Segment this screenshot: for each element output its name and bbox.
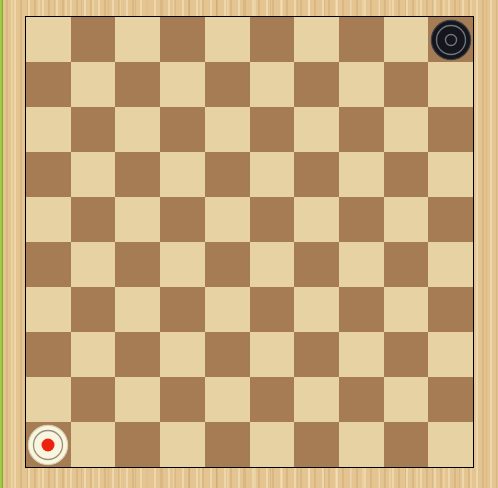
square-25[interactable]: [428, 197, 473, 242]
square-35[interactable]: [428, 287, 473, 332]
square-29[interactable]: [294, 242, 339, 287]
square-24[interactable]: [339, 197, 384, 242]
square-48[interactable]: [205, 422, 250, 467]
square-21[interactable]: [71, 197, 116, 242]
square-r5c5[interactable]: [205, 197, 250, 242]
square-11[interactable]: [71, 107, 116, 152]
square-5[interactable]: [428, 17, 473, 62]
square-r5c1[interactable]: [26, 197, 71, 242]
square-20[interactable]: [384, 152, 429, 197]
square-r6c8[interactable]: [339, 242, 384, 287]
square-r3c9[interactable]: [384, 107, 429, 152]
square-1[interactable]: [71, 17, 116, 62]
square-r2c10[interactable]: [428, 62, 473, 107]
square-41[interactable]: [71, 377, 116, 422]
square-47[interactable]: [115, 422, 160, 467]
square-4[interactable]: [339, 17, 384, 62]
square-28[interactable]: [205, 242, 250, 287]
square-40[interactable]: [384, 332, 429, 377]
square-26[interactable]: [26, 242, 71, 287]
square-36[interactable]: [26, 332, 71, 377]
left-edge-strip: [0, 0, 3, 488]
square-15[interactable]: [428, 107, 473, 152]
square-r9c7[interactable]: [294, 377, 339, 422]
square-2[interactable]: [160, 17, 205, 62]
square-30[interactable]: [384, 242, 429, 287]
square-38[interactable]: [205, 332, 250, 377]
square-r5c9[interactable]: [384, 197, 429, 242]
square-r1c5[interactable]: [205, 17, 250, 62]
square-r2c2[interactable]: [71, 62, 116, 107]
square-r6c6[interactable]: [250, 242, 295, 287]
square-r9c1[interactable]: [26, 377, 71, 422]
square-r9c3[interactable]: [115, 377, 160, 422]
square-49[interactable]: [294, 422, 339, 467]
square-r2c6[interactable]: [250, 62, 295, 107]
square-12[interactable]: [160, 107, 205, 152]
square-r10c2[interactable]: [71, 422, 116, 467]
square-r7c9[interactable]: [384, 287, 429, 332]
square-r2c8[interactable]: [339, 62, 384, 107]
square-r10c6[interactable]: [250, 422, 295, 467]
square-8[interactable]: [205, 62, 250, 107]
square-39[interactable]: [294, 332, 339, 377]
square-r4c2[interactable]: [71, 152, 116, 197]
square-r5c7[interactable]: [294, 197, 339, 242]
square-16[interactable]: [26, 152, 71, 197]
square-r4c6[interactable]: [250, 152, 295, 197]
square-43[interactable]: [250, 377, 295, 422]
square-r8c8[interactable]: [339, 332, 384, 377]
square-r6c10[interactable]: [428, 242, 473, 287]
draughts-board: [25, 16, 474, 468]
square-r7c5[interactable]: [205, 287, 250, 332]
square-r1c9[interactable]: [384, 17, 429, 62]
square-r4c10[interactable]: [428, 152, 473, 197]
square-r10c4[interactable]: [160, 422, 205, 467]
square-34[interactable]: [339, 287, 384, 332]
square-19[interactable]: [294, 152, 339, 197]
square-r1c1[interactable]: [26, 17, 71, 62]
square-50[interactable]: [384, 422, 429, 467]
square-7[interactable]: [115, 62, 160, 107]
square-r6c2[interactable]: [71, 242, 116, 287]
square-27[interactable]: [115, 242, 160, 287]
square-23[interactable]: [250, 197, 295, 242]
square-9[interactable]: [294, 62, 339, 107]
square-42[interactable]: [160, 377, 205, 422]
square-44[interactable]: [339, 377, 384, 422]
square-r9c9[interactable]: [384, 377, 429, 422]
square-r7c1[interactable]: [26, 287, 71, 332]
square-33[interactable]: [250, 287, 295, 332]
square-17[interactable]: [115, 152, 160, 197]
square-3[interactable]: [250, 17, 295, 62]
square-r3c5[interactable]: [205, 107, 250, 152]
square-46[interactable]: [26, 422, 71, 467]
piece-disc: [431, 20, 470, 59]
square-r4c8[interactable]: [339, 152, 384, 197]
square-r7c3[interactable]: [115, 287, 160, 332]
square-13[interactable]: [250, 107, 295, 152]
square-r1c7[interactable]: [294, 17, 339, 62]
white-man-piece[interactable]: [27, 424, 69, 466]
square-37[interactable]: [115, 332, 160, 377]
square-r8c4[interactable]: [160, 332, 205, 377]
square-18[interactable]: [205, 152, 250, 197]
square-r6c4[interactable]: [160, 242, 205, 287]
square-6[interactable]: [26, 62, 71, 107]
square-10[interactable]: [384, 62, 429, 107]
square-r4c4[interactable]: [160, 152, 205, 197]
square-r3c7[interactable]: [294, 107, 339, 152]
square-r3c1[interactable]: [26, 107, 71, 152]
square-r9c5[interactable]: [205, 377, 250, 422]
square-r10c10[interactable]: [428, 422, 473, 467]
red-center-marker: [42, 438, 55, 451]
black-man-piece[interactable]: [430, 19, 472, 61]
square-45[interactable]: [428, 377, 473, 422]
square-22[interactable]: [160, 197, 205, 242]
square-32[interactable]: [160, 287, 205, 332]
square-r7c7[interactable]: [294, 287, 339, 332]
square-r1c3[interactable]: [115, 17, 160, 62]
square-r10c8[interactable]: [339, 422, 384, 467]
square-r8c6[interactable]: [250, 332, 295, 377]
checkers-game-window: [0, 0, 498, 488]
square-r3c3[interactable]: [115, 107, 160, 152]
square-31[interactable]: [71, 287, 116, 332]
square-14[interactable]: [339, 107, 384, 152]
square-r8c2[interactable]: [71, 332, 116, 377]
square-r5c3[interactable]: [115, 197, 160, 242]
square-r8c10[interactable]: [428, 332, 473, 377]
square-r2c4[interactable]: [160, 62, 205, 107]
